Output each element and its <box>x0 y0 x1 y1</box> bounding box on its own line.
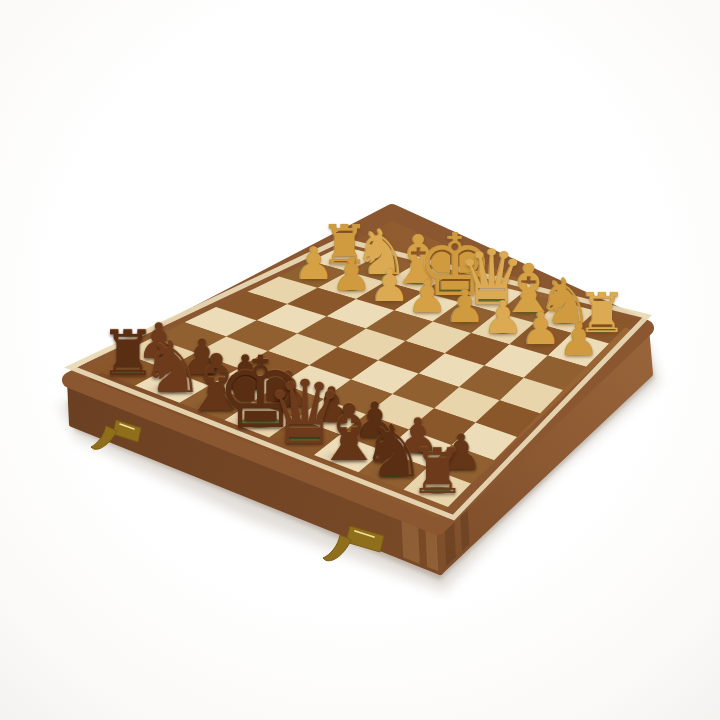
product-photo: ♜♞♟♝♟♚♟♛♟♝♞♟♜♟♟♟♟♜♟♟♞♟♝♟♚♟♛♟♝♟♞♜ <box>0 0 720 720</box>
chess-board <box>0 0 720 720</box>
